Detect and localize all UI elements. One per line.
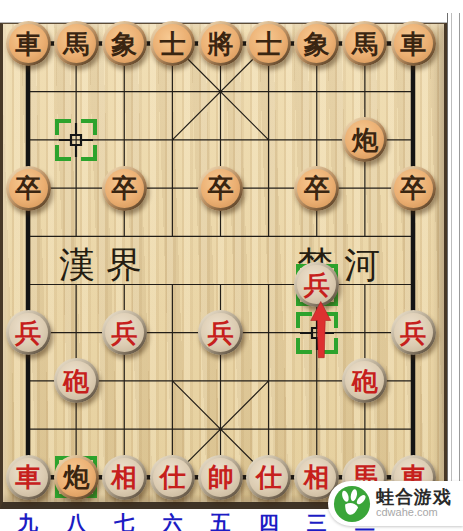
piece-character: 帥 <box>201 458 240 497</box>
move-marker-target <box>55 119 97 161</box>
piece-character: 兵 <box>9 313 48 352</box>
river-label-han: 漢界 <box>59 241 153 290</box>
file-label-bottom: 七 <box>114 510 134 531</box>
xiangqi-game-screen: 漢界 楚河 123456789九八七六五四三二一 車馬象士將士象馬車炮卒卒卒卒卒… <box>0 0 463 531</box>
watermark: 蛙合游戏 cdwahe.com <box>328 481 463 526</box>
piece-character: 炮 <box>345 120 384 159</box>
piece-character: 卒 <box>394 169 433 208</box>
piece-black-象[interactable]: 象 <box>294 21 339 66</box>
piece-character: 兵 <box>201 313 240 352</box>
piece-red-兵[interactable]: 兵 <box>198 310 243 355</box>
piece-black-士[interactable]: 士 <box>246 21 291 66</box>
piece-character: 象 <box>105 24 144 63</box>
piece-character: 仕 <box>249 458 288 497</box>
piece-character: 車 <box>394 24 433 63</box>
piece-character: 士 <box>153 24 192 63</box>
file-label-bottom: 八 <box>66 510 86 531</box>
piece-red-砲[interactable]: 砲 <box>54 358 99 403</box>
piece-character: 兵 <box>394 313 433 352</box>
piece-black-炮[interactable]: 炮 <box>54 455 99 500</box>
file-label-bottom: 四 <box>259 510 279 531</box>
file-label-bottom: 六 <box>162 510 182 531</box>
piece-character: 馬 <box>345 24 384 63</box>
piece-black-車[interactable]: 車 <box>6 21 51 66</box>
piece-character: 車 <box>9 24 48 63</box>
piece-character: 卒 <box>297 169 336 208</box>
piece-character: 車 <box>9 458 48 497</box>
piece-black-象[interactable]: 象 <box>102 21 147 66</box>
file-label-bottom: 三 <box>307 510 327 531</box>
piece-black-卒[interactable]: 卒 <box>102 166 147 211</box>
file-label-bottom: 五 <box>211 510 231 531</box>
window-edge-strip <box>447 13 463 531</box>
piece-character: 砲 <box>57 361 96 400</box>
piece-black-卒[interactable]: 卒 <box>294 166 339 211</box>
piece-character: 象 <box>297 24 336 63</box>
piece-black-士[interactable]: 士 <box>150 21 195 66</box>
piece-red-相[interactable]: 相 <box>102 455 147 500</box>
piece-character: 馬 <box>57 24 96 63</box>
piece-character: 士 <box>249 24 288 63</box>
top-coordinate-strip <box>0 0 463 23</box>
piece-character: 卒 <box>9 169 48 208</box>
piece-black-馬[interactable]: 馬 <box>54 21 99 66</box>
piece-red-兵[interactable]: 兵 <box>294 262 339 307</box>
piece-character: 將 <box>201 24 240 63</box>
piece-black-車[interactable]: 車 <box>391 21 436 66</box>
piece-black-卒[interactable]: 卒 <box>391 166 436 211</box>
piece-character: 仕 <box>153 458 192 497</box>
file-label-bottom: 九 <box>18 510 38 531</box>
piece-black-卒[interactable]: 卒 <box>6 166 51 211</box>
piece-character: 相 <box>105 458 144 497</box>
watermark-domain: cdwahe.com <box>376 507 452 519</box>
piece-character: 卒 <box>105 169 144 208</box>
piece-character: 卒 <box>201 169 240 208</box>
piece-red-仕[interactable]: 仕 <box>246 455 291 500</box>
piece-red-兵[interactable]: 兵 <box>102 310 147 355</box>
watermark-text: 蛙合游戏 cdwahe.com <box>376 488 452 518</box>
piece-red-車[interactable]: 車 <box>6 455 51 500</box>
piece-character: 砲 <box>345 361 384 400</box>
piece-character: 兵 <box>105 313 144 352</box>
piece-red-兵[interactable]: 兵 <box>391 310 436 355</box>
piece-character: 炮 <box>57 458 96 497</box>
move-marker-target <box>296 312 338 354</box>
piece-character: 兵 <box>297 265 336 304</box>
piece-black-將[interactable]: 將 <box>198 21 243 66</box>
piece-black-卒[interactable]: 卒 <box>198 166 243 211</box>
frog-logo-icon <box>333 485 371 523</box>
piece-red-仕[interactable]: 仕 <box>150 455 195 500</box>
watermark-title: 蛙合游戏 <box>376 488 452 507</box>
piece-red-帥[interactable]: 帥 <box>198 455 243 500</box>
piece-red-兵[interactable]: 兵 <box>6 310 51 355</box>
